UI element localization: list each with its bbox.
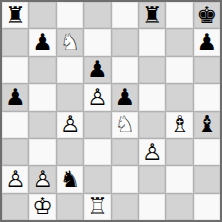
square-g2[interactable]	[166, 166, 192, 192]
piece-outline-layer: ♙	[84, 84, 110, 110]
square-b7[interactable]: ♟	[29, 29, 55, 55]
piece-white-rook[interactable]: ♜♖	[84, 194, 110, 220]
square-a2[interactable]: ♟♙	[2, 166, 28, 192]
square-c8[interactable]	[57, 2, 83, 28]
square-c6[interactable]	[57, 57, 83, 83]
piece-outline-layer: ♔	[29, 194, 55, 220]
square-e5[interactable]: ♟	[112, 84, 138, 110]
square-h8[interactable]: ♚	[194, 2, 220, 28]
square-d1[interactable]: ♜♖	[84, 194, 110, 220]
piece-white-bishop[interactable]: ♝♗	[166, 112, 192, 138]
square-a1[interactable]	[2, 194, 28, 220]
square-h6[interactable]	[194, 57, 220, 83]
chess-board: ♜♜♚♟♞♘♟♟♟♟♙♟♟♙♞♘♝♗♝♟♙♟♙♟♙♞♚♔♜♖	[0, 0, 222, 222]
square-f1[interactable]	[139, 194, 165, 220]
square-c1[interactable]	[57, 194, 83, 220]
square-d3[interactable]	[84, 139, 110, 165]
square-a8[interactable]: ♜	[2, 2, 28, 28]
square-g4[interactable]: ♝♗	[166, 112, 192, 138]
piece-white-pawn[interactable]: ♟♙	[57, 112, 83, 138]
square-c7[interactable]: ♞♘	[57, 29, 83, 55]
square-h1[interactable]	[194, 194, 220, 220]
square-e8[interactable]	[112, 2, 138, 28]
square-b5[interactable]	[29, 84, 55, 110]
piece-glyph: ♟	[84, 57, 110, 83]
square-b1[interactable]: ♚♔	[29, 194, 55, 220]
square-d7[interactable]	[84, 29, 110, 55]
square-f2[interactable]	[139, 166, 165, 192]
square-f4[interactable]	[139, 112, 165, 138]
piece-black-pawn[interactable]: ♟	[194, 29, 220, 55]
piece-white-pawn[interactable]: ♟♙	[139, 139, 165, 165]
square-a6[interactable]	[2, 57, 28, 83]
piece-glyph: ♟	[112, 84, 138, 110]
piece-black-rook[interactable]: ♜	[2, 2, 28, 28]
square-c3[interactable]	[57, 139, 83, 165]
square-f7[interactable]	[139, 29, 165, 55]
square-a3[interactable]	[2, 139, 28, 165]
square-f3[interactable]: ♟♙	[139, 139, 165, 165]
square-h2[interactable]	[194, 166, 220, 192]
square-c5[interactable]	[57, 84, 83, 110]
square-f6[interactable]	[139, 57, 165, 83]
square-b3[interactable]	[29, 139, 55, 165]
piece-outline-layer: ♙	[2, 166, 28, 192]
square-h3[interactable]	[194, 139, 220, 165]
square-a7[interactable]	[2, 29, 28, 55]
piece-glyph: ♜	[2, 2, 28, 28]
square-f5[interactable]	[139, 84, 165, 110]
piece-black-pawn[interactable]: ♟	[112, 84, 138, 110]
piece-glyph: ♟	[29, 29, 55, 55]
square-e6[interactable]	[112, 57, 138, 83]
square-e1[interactable]	[112, 194, 138, 220]
square-h5[interactable]	[194, 84, 220, 110]
piece-glyph: ♝	[194, 112, 220, 138]
piece-black-knight[interactable]: ♞	[57, 166, 83, 192]
square-b4[interactable]	[29, 112, 55, 138]
piece-glyph: ♜	[139, 2, 165, 28]
square-g1[interactable]	[166, 194, 192, 220]
piece-white-pawn[interactable]: ♟♙	[84, 84, 110, 110]
piece-glyph: ♚	[194, 2, 220, 28]
square-e7[interactable]	[112, 29, 138, 55]
piece-black-pawn[interactable]: ♟	[84, 57, 110, 83]
square-b8[interactable]	[29, 2, 55, 28]
square-h4[interactable]: ♝	[194, 112, 220, 138]
square-a5[interactable]: ♟	[2, 84, 28, 110]
piece-white-king[interactable]: ♚♔	[29, 194, 55, 220]
piece-outline-layer: ♙	[139, 139, 165, 165]
square-d2[interactable]	[84, 166, 110, 192]
piece-outline-layer: ♘	[57, 29, 83, 55]
square-f8[interactable]: ♜	[139, 2, 165, 28]
square-e2[interactable]	[112, 166, 138, 192]
square-g6[interactable]	[166, 57, 192, 83]
piece-glyph: ♟	[194, 29, 220, 55]
square-c2[interactable]: ♞	[57, 166, 83, 192]
square-g5[interactable]	[166, 84, 192, 110]
square-d4[interactable]	[84, 112, 110, 138]
piece-outline-layer: ♘	[112, 112, 138, 138]
square-h7[interactable]: ♟	[194, 29, 220, 55]
piece-outline-layer: ♗	[166, 112, 192, 138]
square-e3[interactable]	[112, 139, 138, 165]
square-b2[interactable]: ♟♙	[29, 166, 55, 192]
piece-glyph: ♞	[57, 166, 83, 192]
piece-white-pawn[interactable]: ♟♙	[2, 166, 28, 192]
piece-black-king[interactable]: ♚	[194, 2, 220, 28]
square-g3[interactable]	[166, 139, 192, 165]
piece-glyph: ♟	[2, 84, 28, 110]
piece-outline-layer: ♙	[57, 112, 83, 138]
square-c4[interactable]: ♟♙	[57, 112, 83, 138]
piece-outline-layer: ♖	[84, 194, 110, 220]
square-d8[interactable]	[84, 2, 110, 28]
piece-white-knight[interactable]: ♞♘	[112, 112, 138, 138]
square-d5[interactable]: ♟♙	[84, 84, 110, 110]
piece-black-pawn[interactable]: ♟	[2, 84, 28, 110]
piece-white-pawn[interactable]: ♟♙	[29, 166, 55, 192]
piece-white-knight[interactable]: ♞♘	[57, 29, 83, 55]
square-a4[interactable]	[2, 112, 28, 138]
square-g7[interactable]	[166, 29, 192, 55]
square-g8[interactable]	[166, 2, 192, 28]
square-d6[interactable]: ♟	[84, 57, 110, 83]
piece-outline-layer: ♙	[29, 166, 55, 192]
piece-black-pawn[interactable]: ♟	[29, 29, 55, 55]
piece-black-bishop[interactable]: ♝	[194, 112, 220, 138]
piece-black-rook[interactable]: ♜	[139, 2, 165, 28]
square-e4[interactable]: ♞♘	[112, 112, 138, 138]
square-b6[interactable]	[29, 57, 55, 83]
